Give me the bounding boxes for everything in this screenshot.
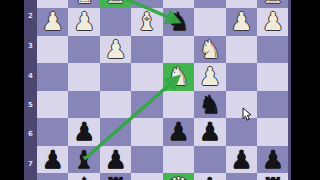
- rank-label-gutter: 234567: [24, 0, 37, 180]
- square-e5[interactable]: [131, 91, 162, 119]
- square-g4[interactable]: [68, 63, 99, 91]
- black-pawn-f7[interactable]: ♟: [104, 147, 126, 172]
- white-pawn-f3[interactable]: ♟: [104, 37, 126, 62]
- square-b7[interactable]: ♟: [226, 146, 257, 174]
- square-a5[interactable]: [257, 91, 288, 119]
- square-e2[interactable]: ♝: [131, 8, 162, 36]
- rank-label-2: 2: [24, 12, 37, 20]
- square-e7[interactable]: [131, 146, 162, 174]
- white-pawn-b2[interactable]: ♟: [230, 9, 252, 34]
- black-rook-a8[interactable]: ♜: [262, 174, 284, 180]
- square-a4[interactable]: [257, 63, 288, 91]
- square-a3[interactable]: [257, 36, 288, 64]
- black-king-g8[interactable]: ♚: [73, 174, 95, 180]
- square-a8[interactable]: ♜: [257, 173, 288, 180]
- square-b3[interactable]: [226, 36, 257, 64]
- square-f7[interactable]: ♟: [100, 146, 131, 174]
- black-knight-d2[interactable]: ♞: [167, 9, 189, 34]
- square-f3[interactable]: ♟: [100, 36, 131, 64]
- black-pawn-b7[interactable]: ♟: [230, 147, 252, 172]
- white-rook-f1[interactable]: ♜: [104, 0, 126, 7]
- square-f5[interactable]: [100, 91, 131, 119]
- rank-label-7: 7: [24, 160, 37, 168]
- square-b4[interactable]: [226, 63, 257, 91]
- white-knight-c3[interactable]: ♞: [199, 37, 221, 62]
- square-c6[interactable]: ♟: [194, 118, 225, 146]
- square-h7[interactable]: ♟: [37, 146, 68, 174]
- black-knight-c5[interactable]: ♞: [199, 92, 221, 117]
- square-e8[interactable]: [131, 173, 162, 180]
- square-d3[interactable]: [163, 36, 194, 64]
- square-f6[interactable]: [100, 118, 131, 146]
- square-h2[interactable]: ♟: [37, 8, 68, 36]
- square-a2[interactable]: ♟: [257, 8, 288, 36]
- black-rook-f8[interactable]: ♜: [104, 174, 126, 180]
- black-pawn-g6[interactable]: ♟: [73, 119, 95, 144]
- square-f1[interactable]: ♜: [100, 0, 131, 8]
- black-bishop-g7[interactable]: ♝: [73, 147, 95, 172]
- square-e3[interactable]: [131, 36, 162, 64]
- square-a6[interactable]: [257, 118, 288, 146]
- black-pawn-a7[interactable]: ♟: [262, 147, 284, 172]
- black-pawn-h7[interactable]: ♟: [42, 147, 64, 172]
- square-b8[interactable]: [226, 173, 257, 180]
- white-bishop-e2[interactable]: ♝: [136, 9, 158, 34]
- rank-label-4: 4: [24, 72, 37, 80]
- black-pawn-d6[interactable]: ♟: [167, 119, 189, 144]
- rank-label-5: 5: [24, 101, 37, 109]
- square-h6[interactable]: [37, 118, 68, 146]
- rank-label-3: 3: [24, 42, 37, 50]
- square-c1[interactable]: [194, 0, 225, 8]
- white-queen-d8[interactable]: ♛: [167, 174, 189, 180]
- square-c3[interactable]: ♞: [194, 36, 225, 64]
- black-pawn-c6[interactable]: ♟: [199, 119, 221, 144]
- white-king-g1[interactable]: ♚: [73, 0, 95, 7]
- square-c7[interactable]: [194, 146, 225, 174]
- square-f2[interactable]: [100, 8, 131, 36]
- white-pawn-g2[interactable]: ♟: [73, 9, 95, 34]
- square-f8[interactable]: ♜: [100, 173, 131, 180]
- square-b6[interactable]: [226, 118, 257, 146]
- board-right-edge: [288, 0, 291, 180]
- square-b2[interactable]: ♟: [226, 8, 257, 36]
- black-bishop-c8[interactable]: ♝: [199, 174, 221, 180]
- white-knight-d4[interactable]: ♞: [167, 64, 189, 89]
- square-a7[interactable]: ♟: [257, 146, 288, 174]
- square-g2[interactable]: ♟: [68, 8, 99, 36]
- square-d4[interactable]: ♞: [163, 63, 194, 91]
- square-d8[interactable]: ♛: [163, 173, 194, 180]
- square-e4[interactable]: [131, 63, 162, 91]
- square-d6[interactable]: ♟: [163, 118, 194, 146]
- video-frame: 234567 ♜♜♚♟♟♞♝♟♟♞♟♟♞♞♟♟♟♟♟♟♝♟♜♝♛♜♚: [0, 0, 320, 180]
- square-d7[interactable]: [163, 146, 194, 174]
- square-e6[interactable]: [131, 118, 162, 146]
- square-h8[interactable]: [37, 173, 68, 180]
- square-g3[interactable]: [68, 36, 99, 64]
- square-c8[interactable]: ♝: [194, 173, 225, 180]
- square-g5[interactable]: [68, 91, 99, 119]
- square-h3[interactable]: [37, 36, 68, 64]
- square-c4[interactable]: ♟: [194, 63, 225, 91]
- square-f4[interactable]: [100, 63, 131, 91]
- white-pawn-c4[interactable]: ♟: [199, 64, 221, 89]
- chess-board[interactable]: ♜♜♚♟♟♞♝♟♟♞♟♟♞♞♟♟♟♟♟♟♝♟♜♝♛♜♚: [37, 0, 289, 180]
- white-pawn-h2[interactable]: ♟: [42, 9, 64, 34]
- square-c5[interactable]: ♞: [194, 91, 225, 119]
- square-d5[interactable]: [163, 91, 194, 119]
- square-b5[interactable]: [226, 91, 257, 119]
- square-d2[interactable]: ♞: [163, 8, 194, 36]
- rank-label-6: 6: [24, 130, 37, 138]
- square-h5[interactable]: [37, 91, 68, 119]
- square-g7[interactable]: ♝: [68, 146, 99, 174]
- white-rook-a1[interactable]: ♜: [262, 0, 284, 7]
- square-h4[interactable]: [37, 63, 68, 91]
- square-c2[interactable]: [194, 8, 225, 36]
- square-g6[interactable]: ♟: [68, 118, 99, 146]
- white-pawn-a2[interactable]: ♟: [262, 9, 284, 34]
- square-g8[interactable]: ♚: [68, 173, 99, 180]
